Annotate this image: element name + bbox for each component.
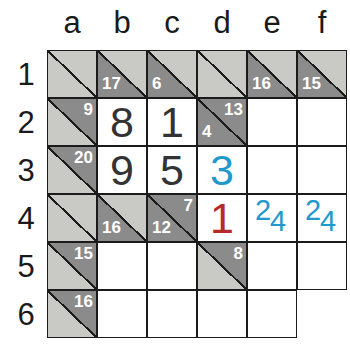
col-label-a: a xyxy=(63,7,80,38)
clue-cell-a5: 15 xyxy=(47,242,97,290)
clue-cell-b1: 17 xyxy=(97,50,147,98)
down-clue-f1: 15 xyxy=(302,75,321,92)
down-clue-b1: 17 xyxy=(102,75,121,92)
clue-cell-f1: 15 xyxy=(297,50,347,98)
row-label-6: 6 xyxy=(17,299,34,330)
entry-cell-e4[interactable]: 24 xyxy=(247,194,297,242)
kakuro-puzzle: abcdef123456 176161598113420953167121242… xyxy=(0,0,350,349)
clue-cell-d5: 8 xyxy=(197,242,247,290)
entry-cell-b6[interactable] xyxy=(97,290,147,338)
candidate-e4-4: 4 xyxy=(270,207,286,236)
row-label-4: 4 xyxy=(17,203,34,234)
across-clue-a5: 15 xyxy=(74,245,93,262)
clue-cell-a6: 16 xyxy=(47,290,97,338)
entry-cell-d3[interactable]: 3 xyxy=(197,146,247,194)
across-clue-d5: 8 xyxy=(234,245,243,262)
clue-cell-e1: 16 xyxy=(247,50,297,98)
across-clue-a2: 9 xyxy=(84,101,93,118)
entry-cell-f4[interactable]: 24 xyxy=(297,194,347,242)
col-label-b: b xyxy=(113,7,130,38)
entry-value-d4: 1 xyxy=(198,195,246,241)
clue-cell-c1: 6 xyxy=(147,50,197,98)
down-clue-c1: 6 xyxy=(152,75,161,92)
across-clue-a6: 16 xyxy=(74,293,93,310)
candidate-f4-2: 2 xyxy=(305,196,321,225)
clue-cell-d2: 134 xyxy=(197,98,247,146)
down-clue-c4: 12 xyxy=(152,219,171,236)
entry-cell-b2[interactable]: 8 xyxy=(97,98,147,146)
entry-cell-e5[interactable] xyxy=(247,242,297,290)
entry-cell-b5[interactable] xyxy=(97,242,147,290)
entry-cell-e2[interactable] xyxy=(247,98,297,146)
row-label-5: 5 xyxy=(17,251,34,282)
entry-value-c2: 1 xyxy=(148,99,196,145)
row-label-2: 2 xyxy=(17,107,34,138)
void-cell-f6 xyxy=(297,290,347,338)
down-clue-d2: 4 xyxy=(202,123,211,140)
entry-cell-d4[interactable]: 1 xyxy=(197,194,247,242)
block-cell-a4 xyxy=(47,194,97,242)
entry-cell-b3[interactable]: 9 xyxy=(97,146,147,194)
entry-cell-d6[interactable] xyxy=(197,290,247,338)
candidate-f4-4: 4 xyxy=(320,207,336,236)
block-cell-d1 xyxy=(197,50,247,98)
entry-cell-f2[interactable] xyxy=(297,98,347,146)
kakuro-board: 176161598113420953167121242415816 xyxy=(47,50,347,338)
down-clue-b4: 16 xyxy=(102,219,121,236)
entry-cell-c6[interactable] xyxy=(147,290,197,338)
col-label-f: f xyxy=(318,7,327,38)
entry-cell-f5[interactable] xyxy=(297,242,347,290)
entry-value-b3: 9 xyxy=(98,147,146,193)
across-clue-d2: 13 xyxy=(224,101,243,118)
entry-cell-c5[interactable] xyxy=(147,242,197,290)
clue-cell-a3: 20 xyxy=(47,146,97,194)
entry-value-b2: 8 xyxy=(98,99,146,145)
row-label-1: 1 xyxy=(17,59,34,90)
across-clue-c4: 7 xyxy=(184,197,193,214)
clue-cell-c4: 712 xyxy=(147,194,197,242)
down-clue-e1: 16 xyxy=(252,75,271,92)
block-cell-a1 xyxy=(47,50,97,98)
col-label-e: e xyxy=(263,7,280,38)
col-label-c: c xyxy=(164,7,180,38)
col-label-d: d xyxy=(213,7,230,38)
candidate-e4-2: 2 xyxy=(255,196,271,225)
entry-cell-c2[interactable]: 1 xyxy=(147,98,197,146)
entry-cell-e6[interactable] xyxy=(247,290,297,338)
clue-cell-b4: 16 xyxy=(97,194,147,242)
entry-value-d3: 3 xyxy=(198,147,246,193)
entry-value-c3: 5 xyxy=(148,147,196,193)
entry-cell-e3[interactable] xyxy=(247,146,297,194)
entry-cell-f3[interactable] xyxy=(297,146,347,194)
row-label-3: 3 xyxy=(17,155,34,186)
entry-cell-c3[interactable]: 5 xyxy=(147,146,197,194)
across-clue-a3: 20 xyxy=(74,149,93,166)
clue-cell-a2: 9 xyxy=(47,98,97,146)
